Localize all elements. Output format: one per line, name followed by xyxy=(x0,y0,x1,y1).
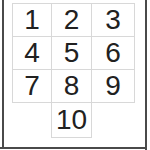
page-border-right xyxy=(145,0,148,150)
cell-9: 9 xyxy=(92,70,135,103)
cell-7: 7 xyxy=(13,70,52,103)
cell-3: 3 xyxy=(92,4,135,37)
number-grid: 1 2 3 4 5 6 7 8 9 10 xyxy=(12,3,135,138)
cell-4: 4 xyxy=(13,37,52,70)
cell-5: 5 xyxy=(52,37,92,70)
cell-8: 8 xyxy=(52,70,92,103)
grid-row-3: 7 8 9 xyxy=(13,70,135,103)
grid-row-1: 1 2 3 xyxy=(13,4,135,37)
cell-empty-left xyxy=(13,103,52,138)
worksheet: 1 2 3 4 5 6 7 8 9 10 xyxy=(0,0,150,150)
cell-10: 10 xyxy=(52,103,92,138)
grid-row-2: 4 5 6 xyxy=(13,37,135,70)
cell-empty-right xyxy=(92,103,135,138)
grid-row-4: 10 xyxy=(13,103,135,138)
page-border-bottom xyxy=(0,147,147,150)
cell-1: 1 xyxy=(13,4,52,37)
page-border-left xyxy=(2,0,4,148)
cell-6: 6 xyxy=(92,37,135,70)
cell-2: 2 xyxy=(52,4,92,37)
